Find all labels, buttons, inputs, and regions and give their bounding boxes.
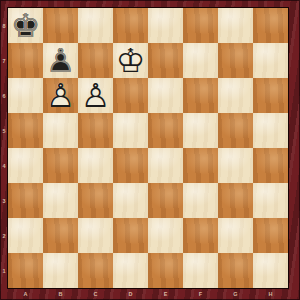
rank-label-1: 1: [0, 253, 8, 288]
rank-label-4: 4: [0, 148, 8, 183]
square-h4[interactable]: [253, 148, 288, 183]
white-pawn-outline: ♙: [43, 78, 78, 113]
square-a5[interactable]: [8, 113, 43, 148]
white-pawn[interactable]: ♟♙: [43, 78, 78, 113]
square-f7[interactable]: [183, 43, 218, 78]
white-pawn-outline: ♙: [78, 78, 113, 113]
square-c3[interactable]: [78, 183, 113, 218]
square-b3[interactable]: [43, 183, 78, 218]
square-d5[interactable]: [113, 113, 148, 148]
square-f8[interactable]: [183, 8, 218, 43]
file-label-g: G: [218, 288, 253, 300]
black-pawn-outline: ♙: [43, 43, 78, 78]
square-e7[interactable]: [148, 43, 183, 78]
square-g6[interactable]: [218, 78, 253, 113]
black-king-outline: ♔: [8, 8, 43, 43]
square-e4[interactable]: [148, 148, 183, 183]
square-e1[interactable]: [148, 253, 183, 288]
square-a2[interactable]: [8, 218, 43, 253]
square-d2[interactable]: [113, 218, 148, 253]
square-e8[interactable]: [148, 8, 183, 43]
square-g8[interactable]: [218, 8, 253, 43]
square-c8[interactable]: [78, 8, 113, 43]
square-c2[interactable]: [78, 218, 113, 253]
rank-labels: 87654321: [0, 8, 8, 288]
square-f6[interactable]: [183, 78, 218, 113]
rank-label-2: 2: [0, 218, 8, 253]
square-b5[interactable]: [43, 113, 78, 148]
square-f4[interactable]: [183, 148, 218, 183]
square-b2[interactable]: [43, 218, 78, 253]
square-c7[interactable]: [78, 43, 113, 78]
square-g4[interactable]: [218, 148, 253, 183]
file-label-h: H: [253, 288, 288, 300]
square-h3[interactable]: [253, 183, 288, 218]
file-label-e: E: [148, 288, 183, 300]
square-b4[interactable]: [43, 148, 78, 183]
square-g5[interactable]: [218, 113, 253, 148]
white-pawn-glyph: ♟: [78, 78, 113, 113]
square-e3[interactable]: [148, 183, 183, 218]
square-f3[interactable]: [183, 183, 218, 218]
square-d6[interactable]: [113, 78, 148, 113]
square-h5[interactable]: [253, 113, 288, 148]
rank-label-5: 5: [0, 113, 8, 148]
square-a4[interactable]: [8, 148, 43, 183]
square-d8[interactable]: [113, 8, 148, 43]
board-squares: ♚♔♟♙♚♔♟♙♟♙: [8, 8, 288, 288]
square-f1[interactable]: [183, 253, 218, 288]
square-h1[interactable]: [253, 253, 288, 288]
square-b8[interactable]: [43, 8, 78, 43]
square-a3[interactable]: [8, 183, 43, 218]
white-king-outline: ♔: [113, 43, 148, 78]
white-king[interactable]: ♚♔: [113, 43, 148, 78]
square-a8[interactable]: ♚♔: [8, 8, 43, 43]
square-g2[interactable]: [218, 218, 253, 253]
square-b6[interactable]: ♟♙: [43, 78, 78, 113]
file-label-c: C: [78, 288, 113, 300]
square-f2[interactable]: [183, 218, 218, 253]
square-c5[interactable]: [78, 113, 113, 148]
square-e6[interactable]: [148, 78, 183, 113]
white-king-glyph: ♚: [113, 43, 148, 78]
square-h8[interactable]: [253, 8, 288, 43]
rank-label-7: 7: [0, 43, 8, 78]
black-pawn[interactable]: ♟♙: [43, 43, 78, 78]
square-a1[interactable]: [8, 253, 43, 288]
white-pawn-glyph: ♟: [43, 78, 78, 113]
square-g7[interactable]: [218, 43, 253, 78]
square-a7[interactable]: [8, 43, 43, 78]
square-h2[interactable]: [253, 218, 288, 253]
black-king-glyph: ♚: [8, 8, 43, 43]
rank-label-3: 3: [0, 183, 8, 218]
board-frame: 87654321 ♚♔♟♙♚♔♟♙♟♙ ABCDEFGH: [0, 0, 300, 300]
square-a6[interactable]: [8, 78, 43, 113]
square-d4[interactable]: [113, 148, 148, 183]
square-c4[interactable]: [78, 148, 113, 183]
rank-label-8: 8: [0, 8, 8, 43]
square-h6[interactable]: [253, 78, 288, 113]
square-g1[interactable]: [218, 253, 253, 288]
square-c6[interactable]: ♟♙: [78, 78, 113, 113]
square-b7[interactable]: ♟♙: [43, 43, 78, 78]
white-pawn[interactable]: ♟♙: [78, 78, 113, 113]
file-label-b: B: [43, 288, 78, 300]
file-label-d: D: [113, 288, 148, 300]
black-pawn-glyph: ♟: [43, 43, 78, 78]
square-h7[interactable]: [253, 43, 288, 78]
square-g3[interactable]: [218, 183, 253, 218]
file-label-f: F: [183, 288, 218, 300]
file-labels: ABCDEFGH: [8, 288, 288, 300]
file-label-a: A: [8, 288, 43, 300]
square-d3[interactable]: [113, 183, 148, 218]
rank-label-6: 6: [0, 78, 8, 113]
black-king[interactable]: ♚♔: [8, 8, 43, 43]
square-d1[interactable]: [113, 253, 148, 288]
square-d7[interactable]: ♚♔: [113, 43, 148, 78]
square-e5[interactable]: [148, 113, 183, 148]
square-b1[interactable]: [43, 253, 78, 288]
square-e2[interactable]: [148, 218, 183, 253]
square-c1[interactable]: [78, 253, 113, 288]
square-f5[interactable]: [183, 113, 218, 148]
